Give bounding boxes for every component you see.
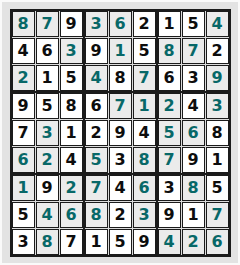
cell-r1c8[interactable]: 5 xyxy=(182,11,205,37)
cell-r2c4[interactable]: 9 xyxy=(85,38,108,64)
cell-r1c1[interactable]: 8 xyxy=(12,11,35,37)
sudoku-block-5: 671294538 xyxy=(85,93,156,173)
cell-r4c7[interactable]: 2 xyxy=(158,93,181,119)
cell-r6c7[interactable]: 7 xyxy=(158,147,181,173)
cell-r4c4[interactable]: 6 xyxy=(85,93,108,119)
cell-r5c9[interactable]: 8 xyxy=(206,120,229,146)
sudoku-board: 8794632153629154871548726399587316246712… xyxy=(10,9,231,257)
cell-r3c8[interactable]: 3 xyxy=(182,65,205,91)
cell-r4c3[interactable]: 8 xyxy=(60,93,83,119)
cell-r7c6[interactable]: 6 xyxy=(133,175,156,201)
cell-r7c7[interactable]: 3 xyxy=(158,175,181,201)
cell-r4c2[interactable]: 5 xyxy=(36,93,59,119)
cell-r7c2[interactable]: 9 xyxy=(36,175,59,201)
cell-r1c9[interactable]: 4 xyxy=(206,11,229,37)
cell-r2c9[interactable]: 2 xyxy=(206,38,229,64)
cell-r3c3[interactable]: 5 xyxy=(60,65,83,91)
cell-r4c8[interactable]: 4 xyxy=(182,93,205,119)
cell-r3c1[interactable]: 2 xyxy=(12,65,35,91)
cell-r3c4[interactable]: 4 xyxy=(85,65,108,91)
cell-r7c8[interactable]: 8 xyxy=(182,175,205,201)
cell-r8c9[interactable]: 7 xyxy=(206,202,229,228)
cell-r6c5[interactable]: 3 xyxy=(109,147,132,173)
sudoku-block-9: 385917426 xyxy=(158,175,229,255)
cell-r7c1[interactable]: 1 xyxy=(12,175,35,201)
cell-r1c5[interactable]: 6 xyxy=(109,11,132,37)
cell-r8c2[interactable]: 4 xyxy=(36,202,59,228)
sudoku-block-6: 243568791 xyxy=(158,93,229,173)
cell-r2c3[interactable]: 3 xyxy=(60,38,83,64)
cell-r7c9[interactable]: 5 xyxy=(206,175,229,201)
cell-r3c2[interactable]: 1 xyxy=(36,65,59,91)
cell-r6c6[interactable]: 8 xyxy=(133,147,156,173)
cell-r7c4[interactable]: 7 xyxy=(85,175,108,201)
cell-r2c6[interactable]: 5 xyxy=(133,38,156,64)
cell-r2c2[interactable]: 6 xyxy=(36,38,59,64)
cell-r4c5[interactable]: 7 xyxy=(109,93,132,119)
cell-r9c3[interactable]: 7 xyxy=(60,229,83,255)
cell-r8c1[interactable]: 5 xyxy=(12,202,35,228)
cell-r3c9[interactable]: 9 xyxy=(206,65,229,91)
cell-r2c8[interactable]: 7 xyxy=(182,38,205,64)
cell-r5c5[interactable]: 9 xyxy=(109,120,132,146)
cell-r7c5[interactable]: 4 xyxy=(109,175,132,201)
cell-r6c1[interactable]: 6 xyxy=(12,147,35,173)
sudoku-block-7: 192546387 xyxy=(12,175,83,255)
cell-r6c9[interactable]: 1 xyxy=(206,147,229,173)
cell-r9c9[interactable]: 6 xyxy=(206,229,229,255)
cell-r8c5[interactable]: 2 xyxy=(109,202,132,228)
cell-r1c3[interactable]: 9 xyxy=(60,11,83,37)
cell-r2c7[interactable]: 8 xyxy=(158,38,181,64)
cell-r8c3[interactable]: 6 xyxy=(60,202,83,228)
cell-r6c3[interactable]: 4 xyxy=(60,147,83,173)
cell-r4c6[interactable]: 1 xyxy=(133,93,156,119)
cell-r1c2[interactable]: 7 xyxy=(36,11,59,37)
cell-r9c8[interactable]: 2 xyxy=(182,229,205,255)
cell-r3c6[interactable]: 7 xyxy=(133,65,156,91)
cell-r3c5[interactable]: 8 xyxy=(109,65,132,91)
cell-r9c1[interactable]: 3 xyxy=(12,229,35,255)
cell-r7c3[interactable]: 2 xyxy=(60,175,83,201)
cell-r4c1[interactable]: 9 xyxy=(12,93,35,119)
cell-r2c1[interactable]: 4 xyxy=(12,38,35,64)
sudoku-block-4: 958731624 xyxy=(12,93,83,173)
cell-r6c4[interactable]: 5 xyxy=(85,147,108,173)
cell-r5c8[interactable]: 6 xyxy=(182,120,205,146)
cell-r6c8[interactable]: 9 xyxy=(182,147,205,173)
cell-r9c6[interactable]: 9 xyxy=(133,229,156,255)
cell-r1c6[interactable]: 2 xyxy=(133,11,156,37)
cell-r9c2[interactable]: 8 xyxy=(36,229,59,255)
cell-r5c1[interactable]: 7 xyxy=(12,120,35,146)
cell-r8c4[interactable]: 8 xyxy=(85,202,108,228)
cell-r8c8[interactable]: 1 xyxy=(182,202,205,228)
cell-r9c4[interactable]: 1 xyxy=(85,229,108,255)
cell-r5c4[interactable]: 2 xyxy=(85,120,108,146)
cell-r1c4[interactable]: 3 xyxy=(85,11,108,37)
sudoku-block-8: 746823159 xyxy=(85,175,156,255)
cell-r4c9[interactable]: 3 xyxy=(206,93,229,119)
cell-r8c7[interactable]: 9 xyxy=(158,202,181,228)
cell-r9c5[interactable]: 5 xyxy=(109,229,132,255)
cell-r1c7[interactable]: 1 xyxy=(158,11,181,37)
sudoku-board-frame: 8794632153629154871548726399587316246712… xyxy=(0,0,240,265)
cell-r5c6[interactable]: 4 xyxy=(133,120,156,146)
sudoku-block-1: 879463215 xyxy=(12,11,83,91)
sudoku-block-3: 154872639 xyxy=(158,11,229,91)
cell-r5c2[interactable]: 3 xyxy=(36,120,59,146)
sudoku-block-2: 362915487 xyxy=(85,11,156,91)
cell-r6c2[interactable]: 2 xyxy=(36,147,59,173)
cell-r8c6[interactable]: 3 xyxy=(133,202,156,228)
cell-r5c3[interactable]: 1 xyxy=(60,120,83,146)
cell-r3c7[interactable]: 6 xyxy=(158,65,181,91)
cell-r9c7[interactable]: 4 xyxy=(158,229,181,255)
cell-r5c7[interactable]: 5 xyxy=(158,120,181,146)
cell-r2c5[interactable]: 1 xyxy=(109,38,132,64)
